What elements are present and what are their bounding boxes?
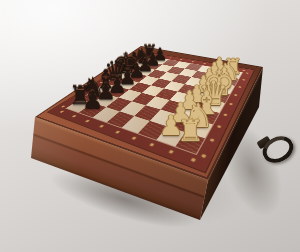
brass-inlay-dot-icon — [72, 115, 76, 117]
brass-inlay-dot-icon — [201, 154, 206, 158]
brass-inlay-dot-icon — [88, 89, 92, 91]
brass-inlay-dot-icon — [120, 69, 123, 70]
brass-inlay-dot-icon — [99, 125, 104, 128]
brass-inlay-dot-icon — [110, 75, 113, 76]
brass-inlay-dot-icon — [159, 56, 162, 57]
brass-inlay-dot-icon — [85, 120, 90, 123]
brass-inlay-dot-icon — [75, 97, 79, 99]
brass-inlay-dot-icon — [190, 158, 195, 162]
brass-inlay-dot-icon — [234, 94, 237, 96]
brass-inlay-dot-icon — [210, 139, 214, 142]
brass-inlay-dot-icon — [242, 79, 245, 81]
brass-inlay-dot-icon — [246, 73, 249, 74]
brass-inlay-dot-icon — [228, 67, 231, 68]
brass-inlay-dot-icon — [143, 55, 146, 56]
brass-inlay-dot-icon — [217, 125, 221, 128]
brass-inlay-dot-icon — [149, 143, 154, 146]
brass-inlay-dot-icon — [169, 57, 172, 58]
brass-inlay-dot-icon — [191, 61, 194, 62]
chess-box-product-photo: ♜♞♝♛♚♝♞♜♟♟♟♟♟♟♟♟♟♟♟♟♟♟♟♟♜♞♝♛♚♝♞♜ — [0, 0, 300, 252]
brass-inlay-dot-icon — [115, 130, 120, 133]
brass-inlay-dot-icon — [229, 103, 233, 105]
brass-inlay-dot-icon — [59, 110, 63, 112]
brass-inlay-dot-icon — [136, 59, 139, 60]
brass-inlay-dot-icon — [131, 136, 136, 139]
brass-inlay-dot-icon — [215, 65, 218, 66]
brass-inlay-dot-icon — [169, 150, 174, 154]
brass-inlay-dot-icon — [149, 54, 152, 55]
brass-inlay-dot-icon — [203, 63, 206, 64]
brass-inlay-dot-icon — [223, 113, 227, 115]
brass-inlay-dot-icon — [238, 86, 241, 88]
drawer-handle — [256, 130, 296, 168]
brass-inlay-dot-icon — [242, 70, 245, 71]
brass-inlay-dot-icon — [100, 82, 103, 84]
brass-inlay-dot-icon — [180, 59, 183, 60]
brass-inlay-dot-icon — [128, 64, 131, 65]
brass-inlay-dot-icon — [61, 106, 65, 108]
